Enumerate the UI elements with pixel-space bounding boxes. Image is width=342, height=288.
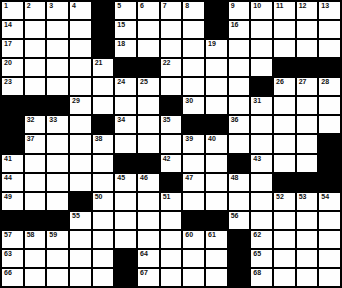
cell-r6c12[interactable]: 31 <box>251 97 272 114</box>
cell-r12c4[interactable]: 55 <box>70 212 91 229</box>
cell-r15c13[interactable] <box>274 269 295 286</box>
cell-r3c4[interactable] <box>70 40 91 57</box>
black-cell-r12c3 <box>47 212 68 229</box>
cell-r3c11[interactable] <box>229 40 250 57</box>
cell-r8c13[interactable] <box>274 135 295 152</box>
cell-r6c15[interactable] <box>319 97 340 114</box>
clue-number-66: 66 <box>4 269 12 277</box>
cell-r14c15[interactable] <box>319 250 340 267</box>
cell-r14c13[interactable] <box>274 250 295 267</box>
cell-r5c10[interactable] <box>206 78 227 95</box>
cell-r2c4[interactable] <box>70 21 91 38</box>
clue-number-10: 10 <box>253 2 261 10</box>
cell-r7c11[interactable]: 36 <box>229 116 250 133</box>
clue-number-22: 22 <box>163 59 171 67</box>
clue-number-7: 7 <box>163 2 167 10</box>
clue-number-61: 61 <box>208 231 216 239</box>
black-cell-r2c5 <box>93 21 114 38</box>
cell-r15c10[interactable] <box>206 269 227 286</box>
clue-number-1: 1 <box>4 2 8 10</box>
cell-r7c12[interactable] <box>251 116 272 133</box>
cell-r13c8[interactable] <box>161 231 182 248</box>
cell-r10c1[interactable]: 44 <box>2 174 23 191</box>
black-cell-r6c3 <box>47 97 68 114</box>
black-cell-r4c14 <box>297 59 318 76</box>
cell-r15c2[interactable] <box>25 269 46 286</box>
cell-r8c5[interactable]: 38 <box>93 135 114 152</box>
clue-number-58: 58 <box>27 231 35 239</box>
cell-r13c1[interactable]: 57 <box>2 231 23 248</box>
cell-r6c5[interactable] <box>93 97 114 114</box>
cell-r14c4[interactable] <box>70 250 91 267</box>
cell-r2c13[interactable] <box>274 21 295 38</box>
cell-r3c13[interactable] <box>274 40 295 57</box>
clue-number-60: 60 <box>185 231 193 239</box>
cell-r8c6[interactable] <box>115 135 136 152</box>
cell-r9c8[interactable]: 42 <box>161 155 182 172</box>
clue-number-34: 34 <box>117 116 125 124</box>
clue-number-17: 17 <box>4 40 12 48</box>
black-cell-r4c15 <box>319 59 340 76</box>
black-cell-r12c1 <box>2 212 23 229</box>
cell-r4c9[interactable] <box>183 59 204 76</box>
cell-r11c1[interactable]: 49 <box>2 193 23 210</box>
black-cell-r9c15 <box>319 155 340 172</box>
cell-r15c3[interactable] <box>47 269 68 286</box>
cell-r4c8[interactable]: 22 <box>161 59 182 76</box>
cell-r13c3[interactable]: 59 <box>47 231 68 248</box>
black-cell-r3c5 <box>93 40 114 57</box>
clue-number-42: 42 <box>163 155 171 163</box>
cell-r2c3[interactable] <box>47 21 68 38</box>
cell-r13c9[interactable]: 60 <box>183 231 204 248</box>
cell-r1c1[interactable]: 1 <box>2 2 23 19</box>
black-cell-r6c8 <box>161 97 182 114</box>
cell-r5c2[interactable] <box>25 78 46 95</box>
clue-number-53: 53 <box>299 193 307 201</box>
cell-r8c14[interactable] <box>297 135 318 152</box>
clue-number-63: 63 <box>4 250 12 258</box>
cell-r7c6[interactable]: 34 <box>115 116 136 133</box>
cell-r9c3[interactable] <box>47 155 68 172</box>
cell-r6c7[interactable] <box>138 97 159 114</box>
cell-r1c8[interactable]: 7 <box>161 2 182 19</box>
cell-r5c6[interactable]: 24 <box>115 78 136 95</box>
cell-r14c10[interactable] <box>206 250 227 267</box>
cell-r4c4[interactable] <box>70 59 91 76</box>
clue-number-33: 33 <box>49 116 57 124</box>
clue-number-57: 57 <box>4 231 12 239</box>
clue-number-51: 51 <box>163 193 171 201</box>
clue-number-38: 38 <box>95 135 103 143</box>
cell-r5c8[interactable] <box>161 78 182 95</box>
cell-r12c5[interactable] <box>93 212 114 229</box>
cell-r2c14[interactable] <box>297 21 318 38</box>
clue-number-11: 11 <box>276 2 283 10</box>
cell-r3c14[interactable] <box>297 40 318 57</box>
black-cell-r9c6 <box>115 155 136 172</box>
cell-r5c14[interactable]: 27 <box>297 78 318 95</box>
black-cell-r10c15 <box>319 174 340 191</box>
cell-r14c14[interactable] <box>297 250 318 267</box>
clue-number-36: 36 <box>231 116 239 124</box>
clue-number-20: 20 <box>4 59 12 67</box>
cell-r3c1[interactable]: 17 <box>2 40 23 57</box>
cell-r1c2[interactable]: 2 <box>25 2 46 19</box>
cell-r7c15[interactable] <box>319 116 340 133</box>
cell-r3c3[interactable] <box>47 40 68 57</box>
cell-r6c14[interactable] <box>297 97 318 114</box>
cell-r2c11[interactable]: 16 <box>229 21 250 38</box>
cell-r15c7[interactable]: 67 <box>138 269 159 286</box>
cell-r3c2[interactable] <box>25 40 46 57</box>
clue-number-40: 40 <box>208 135 216 143</box>
black-cell-r4c6 <box>115 59 136 76</box>
cell-r5c5[interactable] <box>93 78 114 95</box>
black-cell-r12c2 <box>25 212 46 229</box>
black-cell-r11c4 <box>70 193 91 210</box>
clue-number-54: 54 <box>321 193 329 201</box>
cell-r6c6[interactable] <box>115 97 136 114</box>
cell-r15c1[interactable]: 66 <box>2 269 23 286</box>
clue-number-48: 48 <box>231 174 239 182</box>
cell-r5c11[interactable] <box>229 78 250 95</box>
cell-r12c6[interactable] <box>115 212 136 229</box>
clue-number-9: 9 <box>231 2 235 10</box>
cell-r12c8[interactable] <box>161 212 182 229</box>
cell-r1c4[interactable]: 4 <box>70 2 91 19</box>
cell-r2c6[interactable]: 15 <box>115 21 136 38</box>
cell-r7c14[interactable] <box>297 116 318 133</box>
clue-number-32: 32 <box>27 116 35 124</box>
cell-r9c9[interactable] <box>183 155 204 172</box>
cell-r15c5[interactable] <box>93 269 114 286</box>
cell-r3c7[interactable] <box>138 40 159 57</box>
cell-r13c7[interactable] <box>138 231 159 248</box>
cell-r7c7[interactable] <box>138 116 159 133</box>
black-cell-r9c7 <box>138 155 159 172</box>
cell-r6c9[interactable]: 30 <box>183 97 204 114</box>
clue-number-14: 14 <box>4 21 12 29</box>
cell-r11c14[interactable]: 53 <box>297 193 318 210</box>
cell-r5c4[interactable] <box>70 78 91 95</box>
cell-r14c5[interactable] <box>93 250 114 267</box>
cell-r8c2[interactable]: 37 <box>25 135 46 152</box>
cell-r3c15[interactable] <box>319 40 340 57</box>
clue-number-23: 23 <box>4 78 12 86</box>
cell-r2c9[interactable] <box>183 21 204 38</box>
clue-number-49: 49 <box>4 193 12 201</box>
cell-r10c7[interactable]: 46 <box>138 174 159 191</box>
cell-r15c12[interactable]: 68 <box>251 269 272 286</box>
cell-r14c2[interactable] <box>25 250 46 267</box>
clue-number-55: 55 <box>72 212 80 220</box>
clue-number-15: 15 <box>117 21 125 29</box>
cell-r14c12[interactable]: 65 <box>251 250 272 267</box>
cell-r13c4[interactable] <box>70 231 91 248</box>
cell-r13c6[interactable] <box>115 231 136 248</box>
clue-number-52: 52 <box>276 193 284 201</box>
cell-r13c13[interactable] <box>274 231 295 248</box>
clue-number-68: 68 <box>253 269 261 277</box>
clue-number-25: 25 <box>140 78 148 86</box>
clue-number-2: 2 <box>27 2 31 10</box>
cell-r11c8[interactable]: 51 <box>161 193 182 210</box>
clue-number-8: 8 <box>185 2 189 10</box>
cell-r10c6[interactable]: 45 <box>115 174 136 191</box>
cell-r7c2[interactable]: 32 <box>25 116 46 133</box>
cell-r14c7[interactable]: 64 <box>138 250 159 267</box>
cell-r13c14[interactable] <box>297 231 318 248</box>
cell-r4c11[interactable] <box>229 59 250 76</box>
black-cell-r4c7 <box>138 59 159 76</box>
clue-number-3: 3 <box>49 2 53 10</box>
cell-r1c15[interactable]: 13 <box>319 2 340 19</box>
clue-number-35: 35 <box>163 116 171 124</box>
cell-r1c11[interactable]: 9 <box>229 2 250 19</box>
cell-r12c15[interactable] <box>319 212 340 229</box>
black-cell-r12c10 <box>206 212 227 229</box>
cell-r6c13[interactable] <box>274 97 295 114</box>
cell-r11c2[interactable] <box>25 193 46 210</box>
cell-r10c2[interactable] <box>25 174 46 191</box>
clue-number-31: 31 <box>253 97 261 105</box>
cell-r5c15[interactable]: 28 <box>319 78 340 95</box>
black-cell-r15c6 <box>115 269 136 286</box>
cell-r8c4[interactable] <box>70 135 91 152</box>
black-cell-r7c5 <box>93 116 114 133</box>
black-cell-r7c10 <box>206 116 227 133</box>
cell-r8c12[interactable] <box>251 135 272 152</box>
clue-number-18: 18 <box>117 40 125 48</box>
clue-number-28: 28 <box>321 78 329 86</box>
cell-r13c12[interactable]: 62 <box>251 231 272 248</box>
clue-number-47: 47 <box>185 174 193 182</box>
cell-r7c4[interactable] <box>70 116 91 133</box>
cell-r11c7[interactable] <box>138 193 159 210</box>
cell-r8c7[interactable] <box>138 135 159 152</box>
black-cell-r7c1 <box>2 116 23 133</box>
clue-number-39: 39 <box>185 135 193 143</box>
black-cell-r8c1 <box>2 135 23 152</box>
clue-number-62: 62 <box>253 231 261 239</box>
cell-r1c12[interactable]: 10 <box>251 2 272 19</box>
cell-r7c3[interactable]: 33 <box>47 116 68 133</box>
cell-r9c13[interactable] <box>274 155 295 172</box>
cell-r5c9[interactable] <box>183 78 204 95</box>
clue-number-46: 46 <box>140 174 148 182</box>
cell-r1c9[interactable]: 8 <box>183 2 204 19</box>
cell-r14c3[interactable] <box>47 250 68 267</box>
black-cell-r8c15 <box>319 135 340 152</box>
clue-number-37: 37 <box>27 135 35 143</box>
cell-r13c10[interactable]: 61 <box>206 231 227 248</box>
black-cell-r13c11 <box>229 231 250 248</box>
cell-r14c8[interactable] <box>161 250 182 267</box>
clue-number-16: 16 <box>231 21 239 29</box>
crossword-grid: 1234567891011121314151617181920212223242… <box>0 0 342 288</box>
cell-r15c14[interactable] <box>297 269 318 286</box>
black-cell-r14c11 <box>229 250 250 267</box>
clue-number-13: 13 <box>321 2 329 10</box>
black-cell-r15c11 <box>229 269 250 286</box>
black-cell-r6c2 <box>25 97 46 114</box>
cell-r11c6[interactable] <box>115 193 136 210</box>
cell-r7c13[interactable] <box>274 116 295 133</box>
cell-r4c3[interactable] <box>47 59 68 76</box>
clue-number-67: 67 <box>140 269 148 277</box>
black-cell-r4c13 <box>274 59 295 76</box>
cell-r6c10[interactable] <box>206 97 227 114</box>
cell-r2c7[interactable] <box>138 21 159 38</box>
cell-r11c15[interactable]: 54 <box>319 193 340 210</box>
cell-r11c11[interactable] <box>229 193 250 210</box>
clue-number-44: 44 <box>4 174 12 182</box>
black-cell-r12c9 <box>183 212 204 229</box>
cell-r12c13[interactable] <box>274 212 295 229</box>
cell-r2c8[interactable] <box>161 21 182 38</box>
cell-r2c1[interactable]: 14 <box>2 21 23 38</box>
clue-number-64: 64 <box>140 250 148 258</box>
cell-r5c13[interactable]: 26 <box>274 78 295 95</box>
clue-number-27: 27 <box>299 78 307 86</box>
black-cell-r2c10 <box>206 21 227 38</box>
cell-r10c5[interactable] <box>93 174 114 191</box>
cell-r1c13[interactable]: 11 <box>274 2 295 19</box>
clue-number-41: 41 <box>4 155 12 163</box>
black-cell-r7c9 <box>183 116 204 133</box>
cell-r12c11[interactable]: 56 <box>229 212 250 229</box>
cell-r12c12[interactable] <box>251 212 272 229</box>
cell-r12c14[interactable] <box>297 212 318 229</box>
cell-r10c3[interactable] <box>47 174 68 191</box>
cell-r3c10[interactable]: 19 <box>206 40 227 57</box>
cell-r11c10[interactable] <box>206 193 227 210</box>
cell-r4c12[interactable] <box>251 59 272 76</box>
cell-r10c12[interactable] <box>251 174 272 191</box>
clue-number-43: 43 <box>253 155 261 163</box>
cell-r10c10[interactable] <box>206 174 227 191</box>
cell-r9c4[interactable] <box>70 155 91 172</box>
cell-r5c7[interactable]: 25 <box>138 78 159 95</box>
cell-r10c9[interactable]: 47 <box>183 174 204 191</box>
cell-r1c3[interactable]: 3 <box>47 2 68 19</box>
clue-number-4: 4 <box>72 2 76 10</box>
cell-r2c2[interactable] <box>25 21 46 38</box>
cell-r9c12[interactable]: 43 <box>251 155 272 172</box>
cell-r7c8[interactable]: 35 <box>161 116 182 133</box>
cell-r2c12[interactable] <box>251 21 272 38</box>
clue-number-6: 6 <box>140 2 144 10</box>
clue-number-24: 24 <box>117 78 125 86</box>
cell-r12c7[interactable] <box>138 212 159 229</box>
cell-r2c15[interactable] <box>319 21 340 38</box>
clue-number-50: 50 <box>95 193 103 201</box>
cell-r14c1[interactable]: 63 <box>2 250 23 267</box>
cell-r3c8[interactable] <box>161 40 182 57</box>
cell-r9c5[interactable] <box>93 155 114 172</box>
cell-r10c11[interactable]: 48 <box>229 174 250 191</box>
cell-r8c8[interactable] <box>161 135 182 152</box>
cell-r15c4[interactable] <box>70 269 91 286</box>
clue-number-19: 19 <box>208 40 216 48</box>
cell-r1c6[interactable]: 5 <box>115 2 136 19</box>
cell-r5c3[interactable] <box>47 78 68 95</box>
cell-r13c15[interactable] <box>319 231 340 248</box>
clue-number-21: 21 <box>95 59 103 67</box>
cell-r8c11[interactable] <box>229 135 250 152</box>
clue-number-45: 45 <box>117 174 125 182</box>
cell-r8c9[interactable]: 39 <box>183 135 204 152</box>
cell-r11c3[interactable] <box>47 193 68 210</box>
cell-r11c12[interactable] <box>251 193 272 210</box>
black-cell-r5c12 <box>251 78 272 95</box>
clue-number-65: 65 <box>253 250 261 258</box>
clue-number-59: 59 <box>49 231 57 239</box>
clue-number-30: 30 <box>185 97 193 105</box>
black-cell-r10c8 <box>161 174 182 191</box>
clue-number-5: 5 <box>117 2 121 10</box>
cell-r3c12[interactable] <box>251 40 272 57</box>
cell-r3c9[interactable] <box>183 40 204 57</box>
cell-r9c10[interactable] <box>206 155 227 172</box>
cell-r8c3[interactable] <box>47 135 68 152</box>
cell-r9c1[interactable]: 41 <box>2 155 23 172</box>
black-cell-r1c5 <box>93 2 114 19</box>
cell-r15c8[interactable] <box>161 269 182 286</box>
cell-r1c7[interactable]: 6 <box>138 2 159 19</box>
cell-r9c2[interactable] <box>25 155 46 172</box>
clue-number-12: 12 <box>299 2 307 10</box>
black-cell-r10c14 <box>297 174 318 191</box>
cell-r4c10[interactable] <box>206 59 227 76</box>
cell-r4c5[interactable]: 21 <box>93 59 114 76</box>
cell-r11c13[interactable]: 52 <box>274 193 295 210</box>
cell-r8c10[interactable]: 40 <box>206 135 227 152</box>
black-cell-r9c11 <box>229 155 250 172</box>
black-cell-r10c13 <box>274 174 295 191</box>
black-cell-r6c1 <box>2 97 23 114</box>
cell-r15c9[interactable] <box>183 269 204 286</box>
cell-r3c6[interactable]: 18 <box>115 40 136 57</box>
cell-r9c14[interactable] <box>297 155 318 172</box>
cell-r5c1[interactable]: 23 <box>2 78 23 95</box>
cell-r1c14[interactable]: 12 <box>297 2 318 19</box>
cell-r13c2[interactable]: 58 <box>25 231 46 248</box>
cell-r4c2[interactable] <box>25 59 46 76</box>
cell-r4c1[interactable]: 20 <box>2 59 23 76</box>
clue-number-26: 26 <box>276 78 284 86</box>
cell-r15c15[interactable] <box>319 269 340 286</box>
black-cell-r1c10 <box>206 2 227 19</box>
cell-r11c9[interactable] <box>183 193 204 210</box>
clue-number-56: 56 <box>231 212 239 220</box>
cell-r10c4[interactable] <box>70 174 91 191</box>
clue-number-29: 29 <box>72 97 80 105</box>
cell-r6c4[interactable]: 29 <box>70 97 91 114</box>
cell-r11c5[interactable]: 50 <box>93 193 114 210</box>
cell-r6c11[interactable] <box>229 97 250 114</box>
cell-r14c9[interactable] <box>183 250 204 267</box>
cell-r13c5[interactable] <box>93 231 114 248</box>
black-cell-r14c6 <box>115 250 136 267</box>
